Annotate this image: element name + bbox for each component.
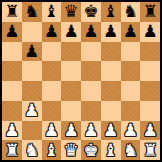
black-rook-a8[interactable]: ♜ [4, 3, 19, 20]
square-f6[interactable] [101, 42, 121, 62]
square-f1[interactable]: ♝ [101, 140, 121, 160]
square-a3[interactable] [2, 101, 22, 121]
square-g6[interactable] [121, 42, 141, 62]
square-g7[interactable]: ♟ [121, 22, 141, 42]
square-h7[interactable]: ♟ [140, 22, 160, 42]
black-pawn-e7[interactable]: ♟ [83, 23, 98, 40]
black-bishop-f8[interactable]: ♝ [103, 3, 118, 20]
white-pawn-e2[interactable]: ♟ [83, 121, 98, 138]
square-b1[interactable]: ♞ [22, 140, 42, 160]
white-queen-d1[interactable]: ♛ [64, 141, 79, 158]
black-queen-d8[interactable]: ♛ [64, 3, 79, 20]
square-a1[interactable]: ♜ [2, 140, 22, 160]
square-c1[interactable]: ♝ [42, 140, 62, 160]
square-g2[interactable]: ♟ [121, 121, 141, 141]
square-c5[interactable] [42, 61, 62, 81]
board-frame: ♜♞♝♛♚♝♞♜♟♟♟♟♟♟♟♟♟♟♟♟♟♟♟♟♜♞♝♛♚♝♞♜ [0, 0, 162, 162]
black-pawn-c7[interactable]: ♟ [44, 23, 59, 40]
black-pawn-h7[interactable]: ♟ [143, 23, 158, 40]
square-a4[interactable] [2, 81, 22, 101]
square-f4[interactable] [101, 81, 121, 101]
square-h4[interactable] [140, 81, 160, 101]
black-king-e8[interactable]: ♚ [83, 3, 98, 20]
square-c2[interactable]: ♟ [42, 121, 62, 141]
square-g5[interactable] [121, 61, 141, 81]
square-a7[interactable]: ♟ [2, 22, 22, 42]
square-f3[interactable] [101, 101, 121, 121]
black-rook-h8[interactable]: ♜ [143, 3, 158, 20]
black-pawn-g7[interactable]: ♟ [123, 23, 138, 40]
square-d4[interactable] [61, 81, 81, 101]
square-d3[interactable] [61, 101, 81, 121]
black-pawn-d7[interactable]: ♟ [64, 23, 79, 40]
white-knight-b1[interactable]: ♞ [24, 141, 39, 158]
square-c4[interactable] [42, 81, 62, 101]
chess-board: ♜♞♝♛♚♝♞♜♟♟♟♟♟♟♟♟♟♟♟♟♟♟♟♟♜♞♝♛♚♝♞♜ [2, 2, 160, 160]
square-e3[interactable] [81, 101, 101, 121]
white-pawn-g2[interactable]: ♟ [123, 121, 138, 138]
square-f2[interactable]: ♟ [101, 121, 121, 141]
square-a8[interactable]: ♜ [2, 2, 22, 22]
black-pawn-f7[interactable]: ♟ [103, 23, 118, 40]
square-b8[interactable]: ♞ [22, 2, 42, 22]
square-b4[interactable] [22, 81, 42, 101]
square-g3[interactable] [121, 101, 141, 121]
white-rook-a1[interactable]: ♜ [4, 141, 19, 158]
square-h6[interactable] [140, 42, 160, 62]
square-d8[interactable]: ♛ [61, 2, 81, 22]
white-pawn-a2[interactable]: ♟ [4, 121, 19, 138]
white-king-e1[interactable]: ♚ [83, 141, 98, 158]
square-c3[interactable] [42, 101, 62, 121]
white-bishop-c1[interactable]: ♝ [44, 141, 59, 158]
square-d7[interactable]: ♟ [61, 22, 81, 42]
white-pawn-h2[interactable]: ♟ [143, 121, 158, 138]
square-e5[interactable] [81, 61, 101, 81]
square-b2[interactable] [22, 121, 42, 141]
square-a5[interactable] [2, 61, 22, 81]
square-b5[interactable] [22, 61, 42, 81]
square-e1[interactable]: ♚ [81, 140, 101, 160]
square-a2[interactable]: ♟ [2, 121, 22, 141]
square-e4[interactable] [81, 81, 101, 101]
square-d2[interactable]: ♟ [61, 121, 81, 141]
square-h8[interactable]: ♜ [140, 2, 160, 22]
square-b3[interactable]: ♟ [22, 101, 42, 121]
square-f8[interactable]: ♝ [101, 2, 121, 22]
square-h2[interactable]: ♟ [140, 121, 160, 141]
square-h5[interactable] [140, 61, 160, 81]
square-d1[interactable]: ♛ [61, 140, 81, 160]
square-e6[interactable] [81, 42, 101, 62]
square-e8[interactable]: ♚ [81, 2, 101, 22]
square-c8[interactable]: ♝ [42, 2, 62, 22]
square-f7[interactable]: ♟ [101, 22, 121, 42]
black-knight-b8[interactable]: ♞ [24, 3, 39, 20]
square-h1[interactable]: ♜ [140, 140, 160, 160]
black-pawn-b6[interactable]: ♟ [24, 42, 39, 59]
white-rook-h1[interactable]: ♜ [143, 141, 158, 158]
white-pawn-b3[interactable]: ♟ [24, 102, 39, 119]
white-pawn-c2[interactable]: ♟ [44, 121, 59, 138]
square-b7[interactable] [22, 22, 42, 42]
square-e2[interactable]: ♟ [81, 121, 101, 141]
black-knight-g8[interactable]: ♞ [123, 3, 138, 20]
square-b6[interactable]: ♟ [22, 42, 42, 62]
square-g4[interactable] [121, 81, 141, 101]
white-pawn-d2[interactable]: ♟ [64, 121, 79, 138]
black-pawn-a7[interactable]: ♟ [4, 23, 19, 40]
square-d5[interactable] [61, 61, 81, 81]
square-g1[interactable]: ♞ [121, 140, 141, 160]
square-f5[interactable] [101, 61, 121, 81]
white-bishop-f1[interactable]: ♝ [103, 141, 118, 158]
square-c7[interactable]: ♟ [42, 22, 62, 42]
black-bishop-c8[interactable]: ♝ [44, 3, 59, 20]
square-g8[interactable]: ♞ [121, 2, 141, 22]
square-d6[interactable] [61, 42, 81, 62]
square-h3[interactable] [140, 101, 160, 121]
white-knight-g1[interactable]: ♞ [123, 141, 138, 158]
square-c6[interactable] [42, 42, 62, 62]
square-a6[interactable] [2, 42, 22, 62]
square-e7[interactable]: ♟ [81, 22, 101, 42]
white-pawn-f2[interactable]: ♟ [103, 121, 118, 138]
